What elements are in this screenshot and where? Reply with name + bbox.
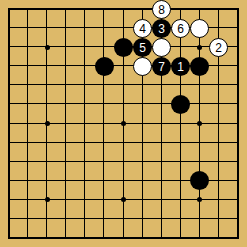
stone-white-move-6[interactable]: 6 [171,19,190,38]
stone-white[interactable] [152,38,171,57]
stone-white-move-8[interactable]: 8 [152,0,171,19]
stone-black[interactable] [190,171,209,190]
stone-black[interactable] [114,38,133,57]
stone-black[interactable] [95,57,114,76]
stone-white-move-2[interactable]: 2 [209,38,228,57]
stone-black-move-5[interactable]: 5 [133,38,152,57]
stone-black[interactable] [171,95,190,114]
stone-black-move-7[interactable]: 7 [152,57,171,76]
stone-white[interactable] [190,19,209,38]
star-point [45,121,50,126]
stone-white[interactable] [133,57,152,76]
star-point [121,121,126,126]
star-point [45,45,50,50]
go-board[interactable]: 84365271 [0,0,247,247]
stone-black-move-1[interactable]: 1 [171,57,190,76]
stone-black[interactable] [190,57,209,76]
stone-black-move-3[interactable]: 3 [152,19,171,38]
stone-white-move-4[interactable]: 4 [133,19,152,38]
